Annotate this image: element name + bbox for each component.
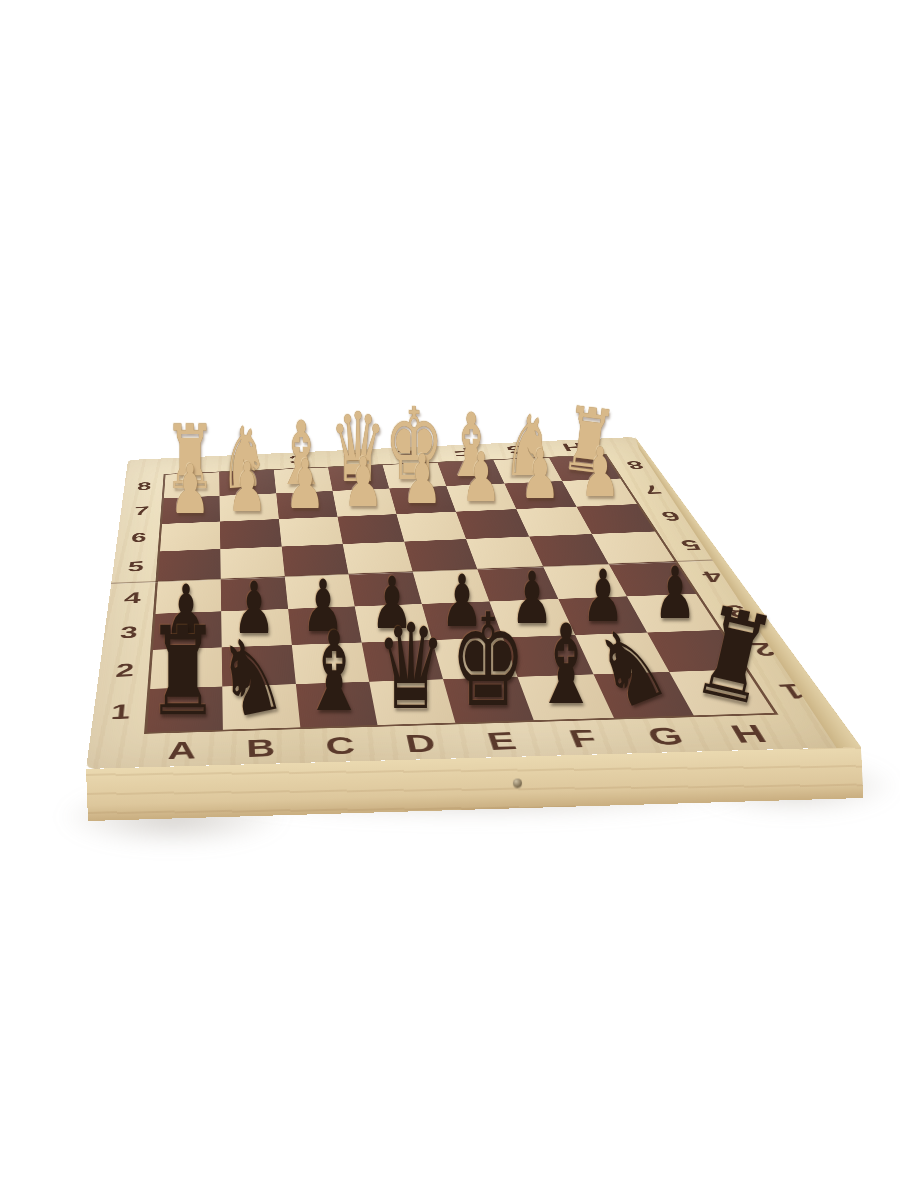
black-knight-b1[interactable]: ♞ [209,620,291,735]
white-pawn-b7[interactable]: ♟ [227,454,267,522]
black-rook-h1[interactable]: ♜ [685,589,783,724]
white-pawn-g7[interactable]: ♟ [520,441,560,509]
chessboard-scene: 8877665544332211AABBCCDDEEFFGGHH ♜♞♝♛♚♝♞… [0,0,900,1200]
black-pawn-h3[interactable]: ♟ [653,557,696,629]
white-pawn-f7[interactable]: ♟ [461,444,501,512]
white-pawn-c7[interactable]: ♟ [285,451,325,519]
black-queen-d1[interactable]: ♛ [376,608,446,726]
white-pawn-a7[interactable]: ♟ [169,456,209,524]
black-bishop-c1[interactable]: ♝ [302,617,367,727]
pieces-layer: ♜♞♝♛♚♝♞♜♟♟♟♟♟♟♟♟♟♟♟♟♟♟♟♟♜♞♝♛♚♝♞♜ [0,0,900,1200]
white-pawn-d7[interactable]: ♟ [343,449,383,517]
white-pawn-e7[interactable]: ♟ [402,446,442,514]
white-pawn-h7[interactable]: ♟ [580,439,620,507]
black-king-e1[interactable]: ♚ [450,597,526,725]
